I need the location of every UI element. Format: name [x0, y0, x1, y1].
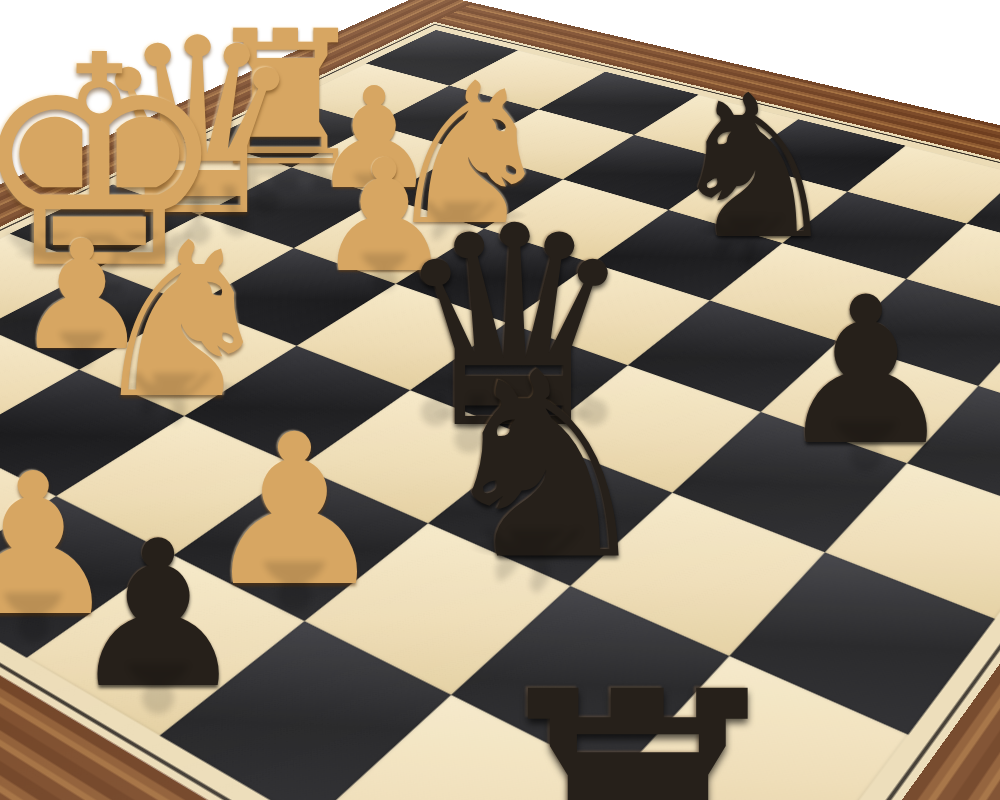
- piece-black-knight-e7[interactable]: ♞♞: [666, 70, 843, 267]
- piece-reflection: ♟: [775, 421, 957, 494]
- rook-icon: ♜: [463, 642, 813, 800]
- piece-black-pawn-e1[interactable]: ♟♟: [68, 514, 249, 716]
- piece-reflection: ♞: [430, 530, 660, 622]
- piece-black-pawn-g5[interactable]: ♟♟: [775, 271, 957, 475]
- piece-black-knight-f3[interactable]: ♞♞: [430, 340, 660, 597]
- chessboard-photo-stage: ♚♚♛♛♜♜♟♟♞♞♟♟♟♟♞♞♟♟♟♟♞♞♟♟♛♛♞♞♜♜♟♟: [0, 0, 1000, 800]
- piece-reflection: ♟: [68, 664, 249, 737]
- piece-black-rook-h1[interactable]: ♜♜: [463, 642, 813, 800]
